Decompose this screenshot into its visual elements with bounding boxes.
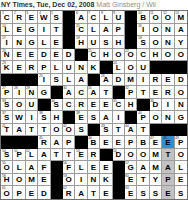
cell-r3c4[interactable]: L [38,36,50,49]
cell-letter-r15c1: O [4,190,10,199]
cell-letter-r9c3: I [30,114,32,123]
cell-r4c6[interactable]: D [63,49,75,62]
cell-r9c4[interactable]: 38S [38,111,50,124]
black-square-r10c14 [162,124,174,137]
cell-r11c6[interactable]: P [63,136,75,149]
cell-r7c4[interactable]: G [38,86,50,99]
cell-r12c11[interactable]: O [125,149,137,162]
cell-r12c2[interactable]: 51P [13,149,25,162]
cell-r5c4[interactable]: P [38,61,50,74]
cell-letter-r2c4: I [43,26,45,35]
cell-r15c8[interactable]: T [88,186,100,199]
black-square-r10c13 [150,124,162,137]
cell-r14c14[interactable]: P [162,174,174,187]
cell-letter-r13c4: F [41,164,46,173]
cell-r8c14[interactable]: I [162,99,174,112]
cell-r13c14[interactable]: A [162,161,174,174]
cell-letter-r8c2: O [16,101,22,110]
black-square-r5c15 [175,61,187,74]
cell-r6c4[interactable]: 25I [38,74,50,87]
cell-letter-r6c15: D [178,76,184,85]
cell-r9c8[interactable]: S [88,111,100,124]
cell-r4c2[interactable]: E [13,49,25,62]
cell-r12c14[interactable]: T [162,149,174,162]
cell-r9c2[interactable]: W [13,111,25,124]
cell-r12c15[interactable]: O [175,149,187,162]
cell-r5c12[interactable]: U [137,61,149,74]
black-square-r11c2 [13,136,25,149]
cell-r13c15[interactable]: L [175,161,187,174]
clue-number-47: 47 [150,136,154,140]
cell-letter-r3c13: O [152,39,158,48]
cell-r7c1[interactable]: 27P [1,86,13,99]
cell-letter-r8c8: E [91,101,96,110]
cell-letter-r6c6: L [66,76,71,85]
cell-r8c13[interactable]: 36D [150,99,162,112]
cell-letter-r13c6: F [66,164,71,173]
cell-letter-r4c15: O [178,51,184,60]
cell-r5c10[interactable]: 24L [113,61,125,74]
cell-r1c1[interactable]: 1C [1,11,13,24]
cell-r12c12[interactable]: O [137,149,149,162]
cell-r4c10[interactable]: O [113,49,125,62]
cell-r8c3[interactable]: U [26,99,38,112]
clue-number-39: 39 [76,111,80,115]
cell-r10c2[interactable]: A [13,124,25,137]
cell-r13c8[interactable]: E [88,161,100,174]
cell-letter-r7c13: E [153,89,158,98]
cell-r11c15[interactable]: 49P [175,136,187,149]
cell-r11c8[interactable]: 46B [88,136,100,149]
cell-r13c7[interactable]: L [75,161,87,174]
black-square-r1c6 [63,11,75,24]
clue-number-55: 55 [2,161,6,165]
cell-r14c2[interactable]: O [13,174,25,187]
cell-r2c9[interactable]: A [100,24,112,37]
cell-r15c7[interactable]: A [75,186,87,199]
cell-letter-r3c14: N [165,39,171,48]
cell-letter-r5c8: K [91,64,97,73]
cell-r5c3[interactable]: R [26,61,38,74]
cell-letter-r14c15: E [178,176,183,185]
cell-r11c11[interactable]: P [125,136,137,149]
cell-letter-r12c13: M [152,151,159,160]
cell-r5c7[interactable]: N [75,61,87,74]
cell-letter-r11c15: P [178,139,183,148]
cell-r4c14[interactable]: O [162,49,174,62]
cell-r12c1[interactable]: 50S [1,149,13,162]
clue-number-20: 20 [2,49,6,53]
cell-r3c14[interactable]: N [162,36,174,49]
cell-r4c4[interactable]: D [38,49,50,62]
cell-r6c15[interactable]: D [175,74,187,87]
cell-r10c9[interactable]: 43S [100,124,112,137]
black-square-r4c7 [75,49,87,62]
cell-letter-r10c2: A [16,126,22,135]
cell-letter-r5c4: P [41,64,46,73]
cell-r4c1[interactable]: 20N [1,49,13,62]
cell-r3c15[interactable]: Y [175,36,187,49]
cell-letter-r5c6: U [66,64,72,73]
cell-r13c1[interactable]: 55O [1,161,13,174]
cell-r8c15[interactable]: N [175,99,187,112]
cell-letter-r6c13: R [153,76,159,85]
cell-r7c6[interactable]: 30A [63,86,75,99]
clue-number-63: 63 [125,186,129,190]
cell-r4c15[interactable]: O [175,49,187,62]
cell-r11c10[interactable]: E [113,136,125,149]
cell-letter-r5c12: U [140,64,146,73]
cell-letter-r13c1: O [4,164,10,173]
cell-r15c13[interactable]: S [150,186,162,199]
cell-r5c8[interactable]: K [88,61,100,74]
cell-r4c11[interactable]: 22O [125,49,137,62]
cell-r15c11[interactable]: 63E [125,186,137,199]
cell-r5c2[interactable]: E [13,61,25,74]
cell-letter-r7c12: T [141,89,146,98]
cell-r13c3[interactable]: A [26,161,38,174]
cell-r7c12[interactable]: T [137,86,149,99]
clue-number-51: 51 [14,149,18,153]
cell-r1c12[interactable]: 10B [137,11,149,24]
cell-letter-r1c8: C [91,14,97,23]
cell-r8c9[interactable]: E [100,99,112,112]
cell-r9c12[interactable]: 40P [137,111,149,124]
cell-r8c6[interactable]: C [63,99,75,112]
cell-letter-r11c5: A [53,139,59,148]
cell-r13c12[interactable]: A [137,161,149,174]
cell-letter-r7c1: P [4,89,9,98]
cell-r14c7[interactable]: I [75,174,87,187]
cell-r11c12[interactable]: B [137,136,149,149]
cell-r7c11[interactable]: 32P [125,86,137,99]
cell-r14c1[interactable]: 58H [1,174,13,187]
cell-letter-r13c15: L [178,164,183,173]
black-square-r15c10 [113,186,125,199]
clue-number-57: 57 [125,161,129,165]
cell-r3c1[interactable]: 17I [1,36,13,49]
cell-letter-r9c8: S [91,114,96,123]
cell-letter-r11c6: P [66,139,71,148]
cell-r6c10[interactable]: D [113,74,125,87]
cell-r8c10[interactable]: 35C [113,99,125,112]
cell-r15c15[interactable]: S [175,186,187,199]
cell-r7c13[interactable]: E [150,86,162,99]
cell-r6c5[interactable]: S [51,74,63,87]
cell-r1c8[interactable]: 7C [88,11,100,24]
cell-r10c4[interactable]: T [38,124,50,137]
cell-r2c5[interactable]: T [51,24,63,37]
cell-r15c14[interactable]: E [162,186,174,199]
clue-number-52: 52 [26,149,30,153]
cell-letter-r15c6: R [66,190,72,199]
clue-number-16: 16 [138,24,142,28]
cell-letter-r4c14: O [165,51,171,60]
cell-r9c9[interactable]: A [100,111,112,124]
cell-letter-r11c12: B [140,139,146,148]
clue-number-37: 37 [2,111,6,115]
cell-letter-r1c12: B [140,14,146,23]
cell-r1c4[interactable]: 4W [38,11,50,24]
cell-r13c9[interactable]: E [100,161,112,174]
cell-letter-r3c8: U [91,39,97,48]
cell-r3c13[interactable]: O [150,36,162,49]
cell-r2c1[interactable]: 14L [1,24,13,37]
cell-r6c6[interactable]: L [63,74,75,87]
cell-r6c14[interactable]: E [162,74,174,87]
cell-r9c10[interactable]: I [113,111,125,124]
cell-r7c9[interactable]: T [100,86,112,99]
cell-r7c7[interactable]: C [75,86,87,99]
black-square-r10c8 [88,124,100,137]
cell-letter-r5c11: O [128,64,134,73]
clue-number-15: 15 [76,24,80,28]
cell-r1c5[interactable]: 5S [51,11,63,24]
cell-r12c10[interactable]: 54D [113,149,125,162]
cell-r2c13[interactable]: O [150,24,162,37]
clue-number-3: 3 [26,11,28,15]
clue-number-38: 38 [39,111,43,115]
cell-r2c4[interactable]: I [38,24,50,37]
cell-r1c7[interactable]: 6A [75,11,87,24]
cell-r13c11[interactable]: 57G [125,161,137,174]
cell-r14c9[interactable]: K [100,174,112,187]
cell-letter-r7c14: R [165,89,171,98]
cell-r12c6[interactable]: T [63,149,75,162]
cell-r15c6[interactable]: 62R [63,186,75,199]
cell-r5c1[interactable]: 23K [1,61,13,74]
cell-r3c9[interactable]: S [100,36,112,49]
cell-letter-r11c10: E [116,139,121,148]
clue-number-2: 2 [14,11,16,15]
cell-letter-r3c3: G [28,39,34,48]
cell-letter-r14c9: K [103,176,109,185]
black-square-r14c10 [113,174,125,187]
cell-r4c12[interactable]: C [137,49,149,62]
clue-number-36: 36 [150,99,154,103]
cell-r2c8[interactable]: L [88,24,100,37]
cell-r7c2[interactable]: 28I [13,86,25,99]
cell-r15c1[interactable]: 61O [1,186,13,199]
cell-letter-r14c1: H [4,176,10,185]
cell-r6c12[interactable]: I [137,74,149,87]
cell-letter-r1c4: W [40,14,48,23]
cell-r14c11[interactable]: 60E [125,174,137,187]
cell-r3c12[interactable]: 19S [137,36,149,49]
cell-r9c14[interactable]: N [162,111,174,124]
cell-letter-r9c12: P [140,114,145,123]
cell-r1c9[interactable]: 8L [100,11,112,24]
cell-r1c2[interactable]: 2R [13,11,25,24]
cell-r6c13[interactable]: R [150,74,162,87]
cell-r12c7[interactable]: 53E [75,149,87,162]
cell-letter-r12c8: R [91,151,97,160]
cell-r12c8[interactable]: R [88,149,100,162]
cell-letter-r14c2: O [16,176,22,185]
cell-letter-r5c7: N [78,64,84,73]
cell-r1c3[interactable]: 3E [26,11,38,24]
cell-letter-r7c9: T [103,89,108,98]
cell-r8c11[interactable]: H [125,99,137,112]
cell-r7c14[interactable]: R [162,86,174,99]
cell-r1c14[interactable]: 12O [162,11,174,24]
cell-r1c13[interactable]: 11O [150,11,162,24]
cell-letter-r11c13: E [153,139,158,148]
cell-r11c14[interactable]: 48E [162,136,174,149]
cell-r4c3[interactable]: E [26,49,38,62]
cell-r10c7[interactable]: S [75,124,87,137]
cell-letter-r7c8: A [91,89,97,98]
clue-number-8: 8 [101,11,103,15]
cell-r2c2[interactable]: E [13,24,25,37]
black-square-r13c10 [113,161,125,174]
cell-r8c8[interactable]: E [88,99,100,112]
clue-number-49: 49 [175,136,179,140]
cell-r10c1[interactable]: 41T [1,124,13,137]
cell-r13c13[interactable]: M [150,161,162,174]
cell-letter-r15c3: E [29,190,34,199]
clue-number-12: 12 [163,11,167,15]
cell-letter-r1c2: R [16,14,22,23]
cell-r12c4[interactable]: A [38,149,50,162]
cell-r13c4[interactable]: F [38,161,50,174]
cell-r14c4[interactable]: E [38,174,50,187]
cell-r12c5[interactable]: T [51,149,63,162]
cell-r5c11[interactable]: O [125,61,137,74]
cell-letter-r13c12: A [140,164,146,173]
cell-letter-r9c10: I [117,114,119,123]
cell-r9c5[interactable]: H [51,111,63,124]
cell-r14c13[interactable]: Y [150,174,162,187]
cell-r6c9[interactable]: 26A [100,74,112,87]
cell-letter-r8c14: I [167,101,169,110]
cell-r15c12[interactable]: S [137,186,149,199]
cell-r10c6[interactable]: 42O [63,124,75,137]
cell-r3c10[interactable]: H [113,36,125,49]
cell-r12c13[interactable]: M [150,149,162,162]
clue-number-10: 10 [138,11,142,15]
cell-r13c6[interactable]: 56F [63,161,75,174]
cell-r6c11[interactable]: M [125,74,137,87]
cell-r15c4[interactable]: D [38,186,50,199]
cell-letter-r4c4: D [41,51,47,60]
cell-r6c7[interactable]: A [75,74,87,87]
cell-r9c1[interactable]: 37S [1,111,13,124]
cell-r9c3[interactable]: I [26,111,38,124]
cell-letter-r14c6: O [66,176,72,185]
cell-letter-r7c11: P [128,89,133,98]
cell-r8c5[interactable]: 34S [51,99,63,112]
cell-r9c15[interactable]: G [175,111,187,124]
cell-r10c12[interactable]: T [137,124,149,137]
cell-r2c3[interactable]: G [26,24,38,37]
cell-letter-r2c15: A [178,26,184,35]
cell-r2c10[interactable]: P [113,24,125,37]
clue-number-48: 48 [163,136,167,140]
cell-r13c2[interactable]: L [13,161,25,174]
cell-r15c9[interactable]: E [100,186,112,199]
cell-r1c10[interactable]: 9U [113,11,125,24]
cell-letter-r8c11: H [128,101,134,110]
cell-r14c3[interactable]: M [26,174,38,187]
black-square-r11c3 [26,136,38,149]
cell-r12c3[interactable]: 52L [26,149,38,162]
cell-r3c5[interactable]: E [51,36,63,49]
cell-r1c15[interactable]: 13M [175,11,187,24]
clue-number-61: 61 [2,186,6,190]
cell-letter-r3c4: L [41,39,46,48]
cell-r8c2[interactable]: O [13,99,25,112]
cell-r4c9[interactable]: H [100,49,112,62]
cell-r8c1[interactable]: 33S [1,99,13,112]
cell-r3c8[interactable]: U [88,36,100,49]
cell-letter-r1c14: O [165,14,171,23]
cell-r5c5[interactable]: L [51,61,63,74]
cell-letter-r4c3: E [29,51,34,60]
cell-r10c3[interactable]: T [26,124,38,137]
cell-r2c14[interactable]: N [162,24,174,37]
cell-r3c7[interactable]: 18H [75,36,87,49]
cell-letter-r5c5: L [54,64,59,73]
cell-r14c6[interactable]: 59O [63,174,75,187]
black-square-r14c5 [51,174,63,187]
cell-r5c6[interactable]: U [63,61,75,74]
cell-letter-r7c15: O [178,89,184,98]
cell-r11c13[interactable]: 47E [150,136,162,149]
cell-letter-r15c13: S [153,190,158,199]
cell-r2c7[interactable]: 15C [75,24,87,37]
black-square-r3c6 [63,36,75,49]
cell-r8c7[interactable]: R [75,99,87,112]
cell-r2c12[interactable]: 16I [137,24,149,37]
cell-r3c3[interactable]: G [26,36,38,49]
cell-r4c13[interactable]: H [150,49,162,62]
cell-r10c5[interactable]: O [51,124,63,137]
cell-r11c9[interactable]: E [100,136,112,149]
cell-r7c3[interactable]: 29N [26,86,38,99]
cell-letter-r5c2: E [16,64,21,73]
clue-number-29: 29 [26,86,30,90]
cell-r10c10[interactable]: T [113,124,125,137]
cell-r11c4[interactable]: 45R [38,136,50,149]
cell-letter-r3c12: S [140,39,145,48]
cell-r15c2[interactable]: P [13,186,25,199]
cell-r15c3[interactable]: E [26,186,38,199]
cell-r10c11[interactable]: 44A [125,124,137,137]
cell-letter-r7c3: N [29,89,35,98]
clue-number-27: 27 [2,86,6,90]
cell-r9c7[interactable]: 39E [75,111,87,124]
cell-letter-r9c13: O [152,114,158,123]
cell-letter-r14c3: M [28,176,35,185]
cell-r14c8[interactable]: N [88,174,100,187]
cell-r4c5[interactable]: E [51,49,63,62]
cell-r9c13[interactable]: O [150,111,162,124]
cell-r7c15[interactable]: O [175,86,187,99]
black-square-r15c5 [51,186,63,199]
cell-r11c5[interactable]: A [51,136,63,149]
cell-letter-r14c11: E [128,176,133,185]
cell-letter-r3c9: S [103,39,108,48]
cell-r7c8[interactable]: 31A [88,86,100,99]
cell-r4c8[interactable]: 21C [88,49,100,62]
cell-letter-r14c12: T [141,176,146,185]
cell-r14c15[interactable]: E [175,174,187,187]
cell-r14c12[interactable]: T [137,174,149,187]
cell-r3c2[interactable]: N [13,36,25,49]
cell-letter-r12c2: P [16,151,21,160]
cell-r2c15[interactable]: A [175,24,187,37]
